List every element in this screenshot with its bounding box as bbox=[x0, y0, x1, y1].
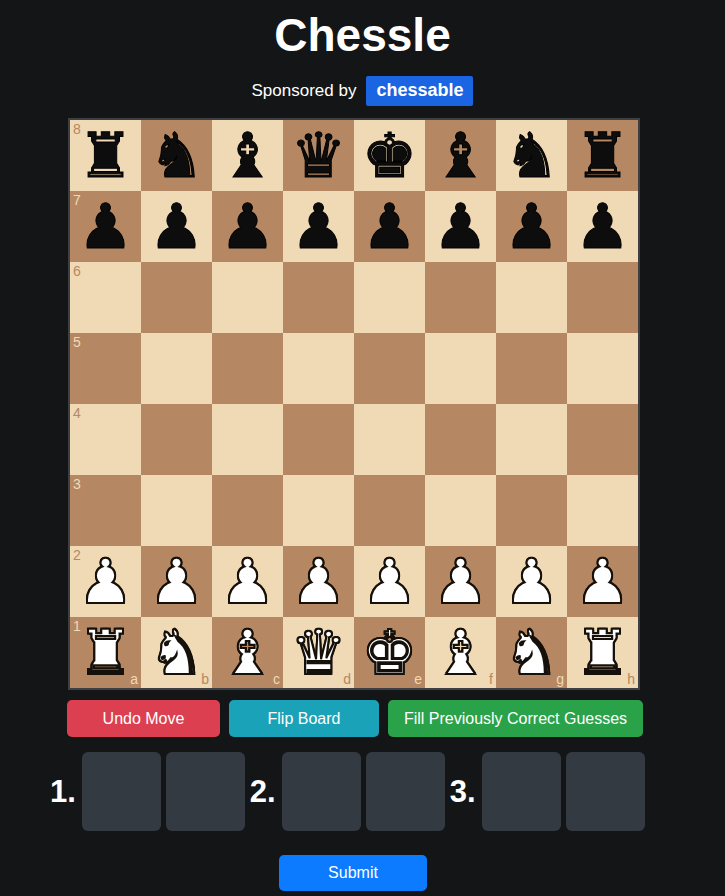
square-h8[interactable]: ♜ bbox=[567, 120, 638, 191]
rank-label-5: 5 bbox=[73, 335, 81, 349]
square-b3[interactable] bbox=[141, 475, 212, 546]
white-pawn[interactable]: ♟ bbox=[504, 546, 560, 617]
white-bishop[interactable]: ♝ bbox=[433, 617, 489, 688]
fill-correct-guesses-button[interactable]: Fill Previously Correct Guesses bbox=[388, 700, 643, 737]
white-bishop[interactable]: ♝ bbox=[220, 617, 276, 688]
black-pawn[interactable]: ♟ bbox=[433, 191, 489, 262]
square-d3[interactable] bbox=[283, 475, 354, 546]
black-pawn[interactable]: ♟ bbox=[291, 191, 347, 262]
white-pawn[interactable]: ♟ bbox=[149, 546, 205, 617]
guess-group-3: 3. bbox=[450, 752, 650, 831]
square-g2[interactable]: ♟ bbox=[496, 546, 567, 617]
square-f7[interactable]: ♟ bbox=[425, 191, 496, 262]
square-c5[interactable] bbox=[212, 333, 283, 404]
square-h2[interactable]: ♟ bbox=[567, 546, 638, 617]
square-c4[interactable] bbox=[212, 404, 283, 475]
square-h4[interactable] bbox=[567, 404, 638, 475]
square-b6[interactable] bbox=[141, 262, 212, 333]
square-b1[interactable]: b♞ bbox=[141, 617, 212, 688]
square-d4[interactable] bbox=[283, 404, 354, 475]
black-pawn[interactable]: ♟ bbox=[504, 191, 560, 262]
square-f5[interactable] bbox=[425, 333, 496, 404]
black-pawn[interactable]: ♟ bbox=[149, 191, 205, 262]
square-e1[interactable]: e♚ bbox=[354, 617, 425, 688]
white-pawn[interactable]: ♟ bbox=[220, 546, 276, 617]
square-d6[interactable] bbox=[283, 262, 354, 333]
guess-1-slot-b bbox=[166, 752, 245, 831]
white-queen[interactable]: ♛ bbox=[291, 617, 347, 688]
square-b5[interactable] bbox=[141, 333, 212, 404]
black-pawn[interactable]: ♟ bbox=[575, 191, 631, 262]
chessle-page: Chessle Sponsored by chessable 8♜♞♝♛♚♝♞♜… bbox=[0, 0, 725, 896]
square-b4[interactable] bbox=[141, 404, 212, 475]
white-pawn[interactable]: ♟ bbox=[291, 546, 347, 617]
black-king[interactable]: ♚ bbox=[362, 120, 418, 191]
chess-board[interactable]: 8♜♞♝♛♚♝♞♜7♟♟♟♟♟♟♟♟65432♟♟♟♟♟♟♟♟1a♜b♞c♝d♛… bbox=[68, 118, 640, 690]
black-knight[interactable]: ♞ bbox=[504, 120, 560, 191]
square-f3[interactable] bbox=[425, 475, 496, 546]
square-h5[interactable] bbox=[567, 333, 638, 404]
square-e5[interactable] bbox=[354, 333, 425, 404]
square-a8[interactable]: 8♜ bbox=[70, 120, 141, 191]
guess-group-1: 1. bbox=[50, 752, 250, 831]
square-a2[interactable]: 2♟ bbox=[70, 546, 141, 617]
square-g8[interactable]: ♞ bbox=[496, 120, 567, 191]
square-d1[interactable]: d♛ bbox=[283, 617, 354, 688]
square-e4[interactable] bbox=[354, 404, 425, 475]
rank-label-6: 6 bbox=[73, 264, 81, 278]
square-a3[interactable]: 3 bbox=[70, 475, 141, 546]
square-c7[interactable]: ♟ bbox=[212, 191, 283, 262]
square-h7[interactable]: ♟ bbox=[567, 191, 638, 262]
square-a5[interactable]: 5 bbox=[70, 333, 141, 404]
square-c8[interactable]: ♝ bbox=[212, 120, 283, 191]
submit-button[interactable]: Submit bbox=[279, 855, 427, 891]
chessable-logo[interactable]: chessable bbox=[366, 76, 473, 106]
square-a4[interactable]: 4 bbox=[70, 404, 141, 475]
black-bishop[interactable]: ♝ bbox=[433, 120, 489, 191]
square-h1[interactable]: h♜ bbox=[567, 617, 638, 688]
black-pawn[interactable]: ♟ bbox=[78, 191, 134, 262]
square-g5[interactable] bbox=[496, 333, 567, 404]
sponsor-row: Sponsored by chessable bbox=[0, 76, 725, 106]
guess-group-2: 2. bbox=[250, 752, 450, 831]
black-rook[interactable]: ♜ bbox=[575, 120, 631, 191]
square-g1[interactable]: g♞ bbox=[496, 617, 567, 688]
square-h6[interactable] bbox=[567, 262, 638, 333]
square-d8[interactable]: ♛ bbox=[283, 120, 354, 191]
square-f6[interactable] bbox=[425, 262, 496, 333]
page-title: Chessle bbox=[0, 8, 725, 62]
white-knight[interactable]: ♞ bbox=[149, 617, 205, 688]
square-d5[interactable] bbox=[283, 333, 354, 404]
undo-move-button[interactable]: Undo Move bbox=[67, 700, 220, 737]
file-label-f: f bbox=[489, 672, 493, 686]
black-pawn[interactable]: ♟ bbox=[362, 191, 418, 262]
black-queen[interactable]: ♛ bbox=[291, 120, 347, 191]
guess-2-slot-a bbox=[282, 752, 361, 831]
action-buttons: Undo Move Flip Board Fill Previously Cor… bbox=[67, 700, 643, 737]
square-f2[interactable]: ♟ bbox=[425, 546, 496, 617]
white-pawn[interactable]: ♟ bbox=[362, 546, 418, 617]
black-rook[interactable]: ♜ bbox=[78, 120, 134, 191]
guess-3-slot-a bbox=[482, 752, 561, 831]
white-king[interactable]: ♚ bbox=[362, 617, 418, 688]
guess-1-label: 1. bbox=[50, 774, 76, 810]
square-g7[interactable]: ♟ bbox=[496, 191, 567, 262]
square-e6[interactable] bbox=[354, 262, 425, 333]
square-a6[interactable]: 6 bbox=[70, 262, 141, 333]
white-pawn[interactable]: ♟ bbox=[78, 546, 134, 617]
square-c6[interactable] bbox=[212, 262, 283, 333]
square-a1[interactable]: 1a♜ bbox=[70, 617, 141, 688]
black-knight[interactable]: ♞ bbox=[149, 120, 205, 191]
square-e3[interactable] bbox=[354, 475, 425, 546]
guess-2-label: 2. bbox=[250, 774, 276, 810]
guess-1-slot-a bbox=[82, 752, 161, 831]
square-f4[interactable] bbox=[425, 404, 496, 475]
square-e8[interactable]: ♚ bbox=[354, 120, 425, 191]
guess-2-slot-b bbox=[366, 752, 445, 831]
white-pawn[interactable]: ♟ bbox=[575, 546, 631, 617]
flip-board-button[interactable]: Flip Board bbox=[229, 700, 379, 737]
square-d2[interactable]: ♟ bbox=[283, 546, 354, 617]
rank-label-4: 4 bbox=[73, 406, 81, 420]
black-bishop[interactable]: ♝ bbox=[220, 120, 276, 191]
square-b7[interactable]: ♟ bbox=[141, 191, 212, 262]
square-h3[interactable] bbox=[567, 475, 638, 546]
black-pawn[interactable]: ♟ bbox=[220, 191, 276, 262]
square-a7[interactable]: 7♟ bbox=[70, 191, 141, 262]
square-g6[interactable] bbox=[496, 262, 567, 333]
square-d7[interactable]: ♟ bbox=[283, 191, 354, 262]
square-f8[interactable]: ♝ bbox=[425, 120, 496, 191]
square-e7[interactable]: ♟ bbox=[354, 191, 425, 262]
square-e2[interactable]: ♟ bbox=[354, 546, 425, 617]
white-rook[interactable]: ♜ bbox=[78, 617, 134, 688]
square-c2[interactable]: ♟ bbox=[212, 546, 283, 617]
square-b2[interactable]: ♟ bbox=[141, 546, 212, 617]
white-rook[interactable]: ♜ bbox=[575, 617, 631, 688]
square-c3[interactable] bbox=[212, 475, 283, 546]
square-c1[interactable]: c♝ bbox=[212, 617, 283, 688]
rank-label-3: 3 bbox=[73, 477, 81, 491]
square-b8[interactable]: ♞ bbox=[141, 120, 212, 191]
square-g3[interactable] bbox=[496, 475, 567, 546]
white-pawn[interactable]: ♟ bbox=[433, 546, 489, 617]
sponsored-by-text: Sponsored by bbox=[252, 81, 357, 101]
white-knight[interactable]: ♞ bbox=[504, 617, 560, 688]
square-f1[interactable]: f♝ bbox=[425, 617, 496, 688]
square-g4[interactable] bbox=[496, 404, 567, 475]
guess-3-label: 3. bbox=[450, 774, 476, 810]
guess-row: 1. 2. 3. bbox=[50, 752, 650, 831]
guess-3-slot-b bbox=[566, 752, 645, 831]
